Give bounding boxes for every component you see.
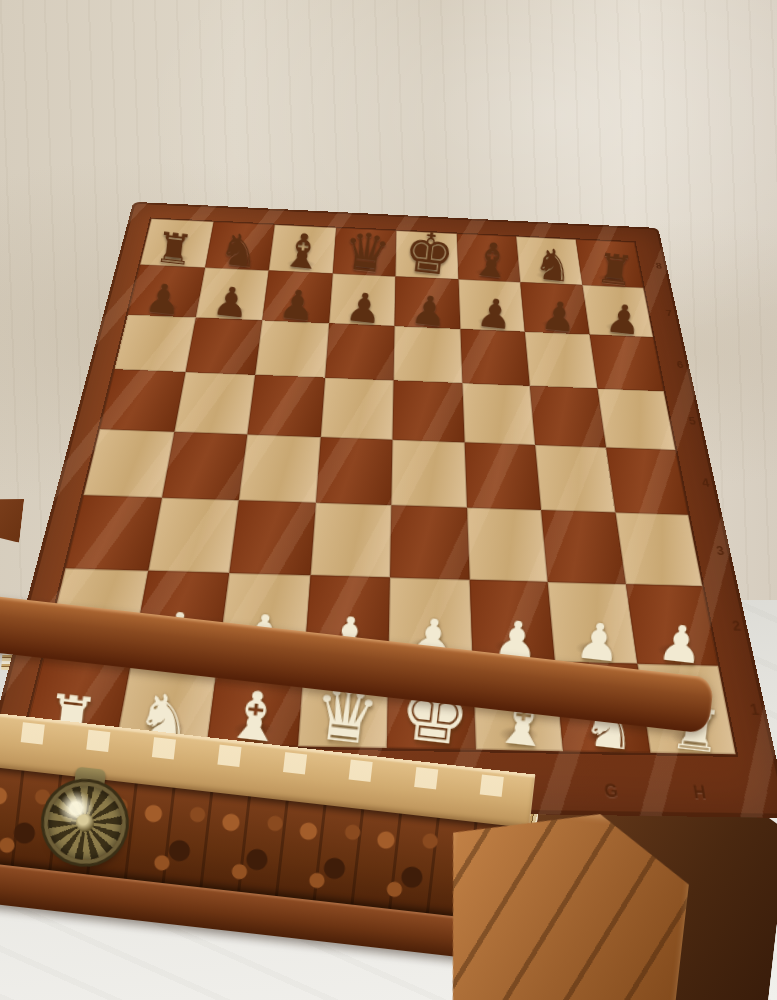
rank-label-3: 3 xyxy=(709,515,732,587)
square-a6[interactable] xyxy=(114,315,195,372)
board-scene: ♜♞♝♛♚♝♞♜♟♟♟♟♟♟♟♟♟♟♟♟♟♟♟♟♜♞♝♛♚♝♞♜ ABCDEFG… xyxy=(0,39,777,700)
square-f5[interactable] xyxy=(462,383,535,445)
rank-label-6: 6 xyxy=(671,338,689,392)
square-b4[interactable] xyxy=(161,432,247,500)
square-f7[interactable]: ♟ xyxy=(458,279,525,331)
piece-black-knight[interactable]: ♞ xyxy=(532,242,575,289)
square-d8[interactable]: ♛ xyxy=(332,228,396,277)
square-a5[interactable] xyxy=(100,369,185,432)
square-d6[interactable] xyxy=(325,323,395,380)
piece-black-pawn[interactable]: ♟ xyxy=(143,277,184,321)
piece-white-pawn[interactable]: ♟ xyxy=(573,615,624,670)
square-b8[interactable]: ♞ xyxy=(205,222,275,271)
square-a8[interactable]: ♜ xyxy=(140,219,213,268)
piece-black-bishop[interactable]: ♝ xyxy=(279,226,326,278)
piece-black-rook[interactable]: ♜ xyxy=(594,247,635,292)
square-g8[interactable]: ♞ xyxy=(516,237,582,285)
square-c6[interactable] xyxy=(255,320,329,377)
piece-black-rook[interactable]: ♜ xyxy=(153,225,195,271)
square-b6[interactable] xyxy=(185,317,262,374)
square-d7[interactable]: ♟ xyxy=(329,274,396,327)
square-h2[interactable]: ♟ xyxy=(625,584,718,666)
square-d4[interactable] xyxy=(315,437,392,505)
rank-label-7: 7 xyxy=(661,289,678,339)
square-g4[interactable] xyxy=(535,445,615,512)
square-h4[interactable] xyxy=(606,448,689,515)
square-h3[interactable] xyxy=(615,512,702,586)
square-c5[interactable] xyxy=(247,375,324,437)
file-label-h: H xyxy=(654,780,746,804)
square-e7[interactable]: ♟ xyxy=(395,276,460,328)
piece-white-pawn[interactable]: ♟ xyxy=(655,617,705,672)
square-e5[interactable] xyxy=(392,380,464,442)
square-d5[interactable] xyxy=(320,378,393,440)
chess-box: ♜♞♝♛♚♝♞♜♟♟♟♟♟♟♟♟♟♟♟♟♟♟♟♟♜♞♝♛♚♝♞♜ ABCDEFG… xyxy=(0,39,777,1000)
square-g5[interactable] xyxy=(530,386,606,448)
piece-black-king[interactable]: ♚ xyxy=(402,223,458,284)
square-e3[interactable] xyxy=(390,505,469,580)
square-h8[interactable]: ♜ xyxy=(575,240,643,288)
square-h7[interactable]: ♟ xyxy=(582,285,653,337)
piece-black-pawn[interactable]: ♟ xyxy=(475,292,515,335)
square-g2[interactable]: ♟ xyxy=(548,582,637,664)
square-c8[interactable]: ♝ xyxy=(269,225,336,274)
square-f4[interactable] xyxy=(464,442,541,510)
square-e4[interactable] xyxy=(391,440,466,508)
piece-black-knight[interactable]: ♞ xyxy=(217,227,261,275)
piece-black-pawn[interactable]: ♟ xyxy=(344,286,384,330)
square-f2[interactable]: ♟ xyxy=(469,580,555,662)
square-c7[interactable]: ♟ xyxy=(262,271,332,324)
piece-black-queen[interactable]: ♛ xyxy=(340,224,392,281)
square-c4[interactable] xyxy=(239,434,320,502)
square-e8[interactable]: ♚ xyxy=(395,231,458,280)
rank-label-5: 5 xyxy=(683,392,702,451)
square-a3[interactable] xyxy=(65,495,161,571)
piece-black-pawn[interactable]: ♟ xyxy=(539,295,579,338)
square-g6[interactable] xyxy=(525,332,597,389)
square-h6[interactable] xyxy=(589,335,664,392)
rank-label-4: 4 xyxy=(695,451,716,516)
square-e6[interactable] xyxy=(394,326,462,383)
square-f6[interactable] xyxy=(460,329,530,386)
square-b3[interactable] xyxy=(148,498,239,573)
rank-label-8: 8 xyxy=(651,243,667,289)
piece-black-pawn[interactable]: ♟ xyxy=(409,289,449,333)
square-a4[interactable] xyxy=(83,429,173,498)
photo-canvas: ♜♞♝♛♚♝♞♜♟♟♟♟♟♟♟♟♟♟♟♟♟♟♟♟♜♞♝♛♚♝♞♜ ABCDEFG… xyxy=(0,0,777,1000)
rank-label-2: 2 xyxy=(724,587,749,666)
piece-black-bishop[interactable]: ♝ xyxy=(468,235,515,286)
square-d3[interactable] xyxy=(310,503,391,578)
piece-black-pawn[interactable]: ♟ xyxy=(210,280,250,324)
piece-black-pawn[interactable]: ♟ xyxy=(604,298,644,341)
square-c3[interactable] xyxy=(229,500,315,575)
square-g7[interactable]: ♟ xyxy=(520,282,589,334)
square-b7[interactable]: ♟ xyxy=(195,268,268,321)
square-h5[interactable] xyxy=(597,388,675,450)
square-f3[interactable] xyxy=(467,508,548,582)
square-b5[interactable] xyxy=(174,372,255,434)
rank-label-1: 1 xyxy=(741,666,768,755)
piece-black-pawn[interactable]: ♟ xyxy=(277,283,317,327)
square-g3[interactable] xyxy=(541,510,625,584)
file-label-g: G xyxy=(566,778,657,802)
square-a7[interactable]: ♟ xyxy=(128,265,205,318)
square-f8[interactable]: ♝ xyxy=(456,234,520,282)
